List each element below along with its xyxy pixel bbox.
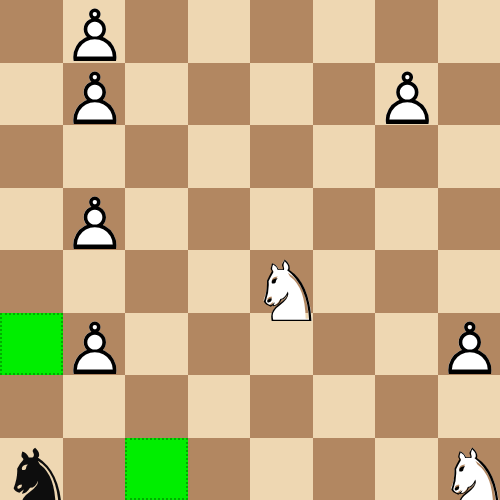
square-b7[interactable]: ♟♙ xyxy=(63,63,126,126)
square-e1[interactable] xyxy=(250,438,313,500)
square-c5[interactable] xyxy=(125,188,188,251)
square-h5[interactable] xyxy=(438,188,500,251)
square-a1[interactable]: ♞ xyxy=(0,438,63,500)
square-h3[interactable]: ♟♙ xyxy=(438,313,500,376)
white-pawn-b5[interactable]: ♟♙ xyxy=(63,188,128,260)
square-d8[interactable] xyxy=(188,0,251,63)
square-a6[interactable] xyxy=(0,125,63,188)
square-d1[interactable] xyxy=(188,438,251,500)
square-g1[interactable] xyxy=(375,438,438,500)
square-e8[interactable] xyxy=(250,0,313,63)
square-h1[interactable]: ♞♘ xyxy=(438,438,500,500)
square-b5[interactable]: ♟♙ xyxy=(63,188,126,251)
square-g3[interactable] xyxy=(375,313,438,376)
square-d5[interactable] xyxy=(188,188,251,251)
white-pawn-outline: ♙ xyxy=(375,63,440,135)
white-pawn-outline: ♙ xyxy=(63,63,128,135)
square-a8[interactable] xyxy=(0,0,63,63)
square-c2[interactable] xyxy=(125,375,188,438)
square-h7[interactable] xyxy=(438,63,500,126)
square-g7[interactable]: ♟♙ xyxy=(375,63,438,126)
square-f8[interactable] xyxy=(313,0,376,63)
square-d2[interactable] xyxy=(188,375,251,438)
square-c6[interactable] xyxy=(125,125,188,188)
square-f5[interactable] xyxy=(313,188,376,251)
white-knight-outline: ♘ xyxy=(250,250,325,334)
square-h4[interactable] xyxy=(438,250,500,313)
square-f7[interactable] xyxy=(313,63,376,126)
square-d3[interactable] xyxy=(188,313,251,376)
square-f1[interactable] xyxy=(313,438,376,500)
white-pawn-b7[interactable]: ♟♙ xyxy=(63,63,128,135)
square-h8[interactable] xyxy=(438,0,500,63)
square-f2[interactable] xyxy=(313,375,376,438)
square-g5[interactable] xyxy=(375,188,438,251)
black-knight-glyph: ♞ xyxy=(0,438,75,500)
square-c4[interactable] xyxy=(125,250,188,313)
square-c7[interactable] xyxy=(125,63,188,126)
black-knight-a1[interactable]: ♞ xyxy=(0,438,75,500)
square-a4[interactable] xyxy=(0,250,63,313)
square-a7[interactable] xyxy=(0,63,63,126)
square-a5[interactable] xyxy=(0,188,63,251)
square-d6[interactable] xyxy=(188,125,251,188)
white-pawn-b3[interactable]: ♟♙ xyxy=(63,313,128,385)
square-g8[interactable] xyxy=(375,0,438,63)
white-pawn-h3[interactable]: ♟♙ xyxy=(438,313,500,385)
square-e6[interactable] xyxy=(250,125,313,188)
square-e4[interactable]: ♞♘ xyxy=(250,250,313,313)
square-c3[interactable] xyxy=(125,313,188,376)
square-c8[interactable] xyxy=(125,0,188,63)
white-knight-h1[interactable]: ♞♘ xyxy=(438,438,500,500)
square-b8[interactable]: ♟♙ xyxy=(63,0,126,63)
white-pawn-outline: ♙ xyxy=(438,313,500,385)
square-b3[interactable]: ♟♙ xyxy=(63,313,126,376)
square-a2[interactable] xyxy=(0,375,63,438)
square-c1[interactable] xyxy=(125,438,188,500)
square-a3[interactable] xyxy=(0,313,63,376)
square-g2[interactable] xyxy=(375,375,438,438)
white-knight-e4[interactable]: ♞♘ xyxy=(250,250,325,334)
square-e5[interactable] xyxy=(250,188,313,251)
white-pawn-outline: ♙ xyxy=(63,313,128,385)
square-g4[interactable] xyxy=(375,250,438,313)
square-e2[interactable] xyxy=(250,375,313,438)
chess-board: ♟♙♟♙♟♙♟♙♞♘♟♙♟♙♞♞♘ xyxy=(0,0,500,500)
white-pawn-g7[interactable]: ♟♙ xyxy=(375,63,440,135)
square-d4[interactable] xyxy=(188,250,251,313)
white-knight-outline: ♘ xyxy=(438,438,500,500)
square-h6[interactable] xyxy=(438,125,500,188)
white-pawn-outline: ♙ xyxy=(63,188,128,260)
square-f6[interactable] xyxy=(313,125,376,188)
square-e7[interactable] xyxy=(250,63,313,126)
square-d7[interactable] xyxy=(188,63,251,126)
